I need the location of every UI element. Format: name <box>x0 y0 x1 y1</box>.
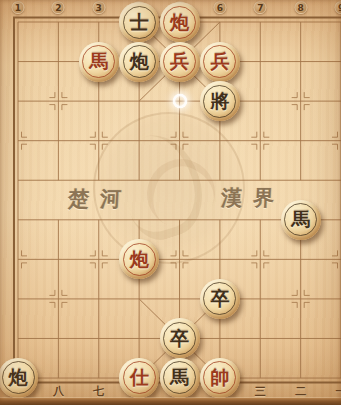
piece-red-soldier-a[interactable]: 兵 <box>160 42 200 82</box>
piece-red-advisor[interactable]: 仕 <box>119 358 159 398</box>
piece-glyph: 炮 <box>130 52 149 71</box>
piece-black-horse-b[interactable]: 馬 <box>160 358 200 398</box>
piece-black-advisor[interactable]: 士 <box>119 2 159 42</box>
piece-black-soldier-a[interactable]: 卒 <box>200 279 240 319</box>
xiangqi-board: 楚河 漢界 123456789 九八七六五四三二一 士炮馬炮兵兵將馬炮卒卒炮仕馬… <box>0 0 341 405</box>
pieces-layer: 士炮馬炮兵兵將馬炮卒卒炮仕馬帥 <box>0 2 341 397</box>
piece-glyph: 將 <box>210 92 229 111</box>
piece-black-general[interactable]: 將 <box>200 81 240 121</box>
piece-glyph: 炮 <box>130 250 149 269</box>
piece-red-cannon-a[interactable]: 炮 <box>160 2 200 42</box>
piece-glyph: 炮 <box>9 368 28 387</box>
xiangqi-app-screen: 楚河 漢界 123456789 九八七六五四三二一 士炮馬炮兵兵將馬炮卒卒炮仕馬… <box>0 0 341 405</box>
piece-red-cannon-b[interactable]: 炮 <box>119 239 159 279</box>
piece-glyph: 馬 <box>291 210 310 229</box>
piece-black-cannon-b[interactable]: 炮 <box>0 358 38 398</box>
piece-black-soldier-b[interactable]: 卒 <box>160 318 200 358</box>
piece-red-horse[interactable]: 馬 <box>79 42 119 82</box>
piece-glyph: 仕 <box>130 368 149 387</box>
piece-glyph: 士 <box>130 13 149 32</box>
piece-red-soldier-b[interactable]: 兵 <box>200 42 240 82</box>
piece-black-horse-a[interactable]: 馬 <box>281 200 321 240</box>
board-bottom-edge <box>0 398 341 405</box>
piece-glyph: 炮 <box>170 13 189 32</box>
piece-black-cannon-a[interactable]: 炮 <box>119 42 159 82</box>
piece-glyph: 兵 <box>210 52 229 71</box>
piece-glyph: 馬 <box>170 368 189 387</box>
piece-glyph: 帥 <box>210 368 229 387</box>
piece-glyph: 兵 <box>170 52 189 71</box>
piece-glyph: 卒 <box>170 329 189 348</box>
piece-glyph: 卒 <box>210 289 229 308</box>
piece-red-general[interactable]: 帥 <box>200 358 240 398</box>
piece-glyph: 馬 <box>89 52 108 71</box>
